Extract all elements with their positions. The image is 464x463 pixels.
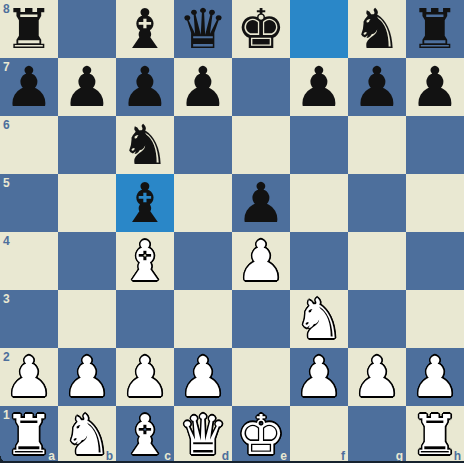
square-e4[interactable]: ♟	[232, 232, 290, 290]
square-f2[interactable]: ♟	[290, 348, 348, 406]
square-a6[interactable]: 6	[0, 116, 58, 174]
white-king[interactable]: ♚	[232, 406, 290, 463]
square-d8[interactable]: ♛	[174, 0, 232, 58]
square-d6[interactable]	[174, 116, 232, 174]
square-e3[interactable]	[232, 290, 290, 348]
square-f3[interactable]: ♞	[290, 290, 348, 348]
square-d7[interactable]: ♟	[174, 58, 232, 116]
black-pawn[interactable]: ♟	[58, 58, 116, 116]
black-rook[interactable]: ♜	[406, 0, 464, 58]
black-pawn[interactable]: ♟	[290, 58, 348, 116]
white-bishop[interactable]: ♝	[116, 406, 174, 463]
rank-label-4: 4	[3, 235, 10, 247]
square-c1[interactable]: c♝	[116, 406, 174, 463]
white-rook[interactable]: ♜	[406, 406, 464, 463]
board-corner-mask	[0, 456, 7, 463]
square-e1[interactable]: e♚	[232, 406, 290, 463]
black-bishop[interactable]: ♝	[116, 174, 174, 232]
white-pawn[interactable]: ♟	[0, 348, 58, 406]
square-g5[interactable]	[348, 174, 406, 232]
square-g1[interactable]: g	[348, 406, 406, 463]
black-pawn[interactable]: ♟	[348, 58, 406, 116]
square-h1[interactable]: h♜	[406, 406, 464, 463]
square-e7[interactable]	[232, 58, 290, 116]
white-knight[interactable]: ♞	[58, 406, 116, 463]
square-d1[interactable]: d♛	[174, 406, 232, 463]
square-b7[interactable]: ♟	[58, 58, 116, 116]
square-c7[interactable]: ♟	[116, 58, 174, 116]
square-c3[interactable]	[116, 290, 174, 348]
black-pawn[interactable]: ♟	[406, 58, 464, 116]
square-g6[interactable]	[348, 116, 406, 174]
square-d5[interactable]	[174, 174, 232, 232]
black-knight[interactable]: ♞	[348, 0, 406, 58]
black-bishop[interactable]: ♝	[116, 0, 174, 58]
square-b1[interactable]: b♞	[58, 406, 116, 463]
square-f6[interactable]	[290, 116, 348, 174]
square-e8[interactable]: ♚	[232, 0, 290, 58]
square-b8[interactable]	[58, 0, 116, 58]
black-rook[interactable]: ♜	[0, 0, 58, 58]
square-g3[interactable]	[348, 290, 406, 348]
white-pawn[interactable]: ♟	[290, 348, 348, 406]
square-d3[interactable]	[174, 290, 232, 348]
rank-label-5: 5	[3, 177, 10, 189]
white-rook[interactable]: ♜	[0, 406, 58, 463]
square-h6[interactable]	[406, 116, 464, 174]
square-h4[interactable]	[406, 232, 464, 290]
black-pawn[interactable]: ♟	[116, 58, 174, 116]
square-g7[interactable]: ♟	[348, 58, 406, 116]
black-king[interactable]: ♚	[232, 0, 290, 58]
square-d4[interactable]	[174, 232, 232, 290]
square-f8[interactable]	[290, 0, 348, 58]
black-pawn[interactable]: ♟	[0, 58, 58, 116]
square-a7[interactable]: 7♟	[0, 58, 58, 116]
rank-label-6: 6	[3, 119, 10, 131]
white-queen[interactable]: ♛	[174, 406, 232, 463]
square-c6[interactable]: ♞	[116, 116, 174, 174]
square-b3[interactable]	[58, 290, 116, 348]
square-a3[interactable]: 3	[0, 290, 58, 348]
white-pawn[interactable]: ♟	[348, 348, 406, 406]
white-pawn[interactable]: ♟	[174, 348, 232, 406]
white-pawn[interactable]: ♟	[116, 348, 174, 406]
chess-board: 8♜♝♛♚♞♜7♟♟♟♟♟♟♟6♞5♝♟4♝♟3♞2♟♟♟♟♟♟♟1a♜b♞c♝…	[0, 0, 464, 463]
square-e2[interactable]	[232, 348, 290, 406]
square-c4[interactable]: ♝	[116, 232, 174, 290]
rank-label-3: 3	[3, 293, 10, 305]
square-g4[interactable]	[348, 232, 406, 290]
white-knight[interactable]: ♞	[290, 290, 348, 348]
square-f1[interactable]: f	[290, 406, 348, 463]
square-g2[interactable]: ♟	[348, 348, 406, 406]
black-pawn[interactable]: ♟	[232, 174, 290, 232]
white-bishop[interactable]: ♝	[116, 232, 174, 290]
square-a1[interactable]: 1a♜	[0, 406, 58, 463]
square-a2[interactable]: 2♟	[0, 348, 58, 406]
square-f4[interactable]	[290, 232, 348, 290]
square-c5[interactable]: ♝	[116, 174, 174, 232]
square-b6[interactable]	[58, 116, 116, 174]
square-h7[interactable]: ♟	[406, 58, 464, 116]
square-b4[interactable]	[58, 232, 116, 290]
square-h3[interactable]	[406, 290, 464, 348]
black-knight[interactable]: ♞	[116, 116, 174, 174]
square-h8[interactable]: ♜	[406, 0, 464, 58]
black-queen[interactable]: ♛	[174, 0, 232, 58]
square-h5[interactable]	[406, 174, 464, 232]
square-e6[interactable]	[232, 116, 290, 174]
square-b2[interactable]: ♟	[58, 348, 116, 406]
white-pawn[interactable]: ♟	[232, 232, 290, 290]
square-g8[interactable]: ♞	[348, 0, 406, 58]
square-c2[interactable]: ♟	[116, 348, 174, 406]
black-pawn[interactable]: ♟	[174, 58, 232, 116]
square-a8[interactable]: 8♜	[0, 0, 58, 58]
white-pawn[interactable]: ♟	[58, 348, 116, 406]
square-a5[interactable]: 5	[0, 174, 58, 232]
square-d2[interactable]: ♟	[174, 348, 232, 406]
square-a4[interactable]: 4	[0, 232, 58, 290]
square-f7[interactable]: ♟	[290, 58, 348, 116]
square-e5[interactable]: ♟	[232, 174, 290, 232]
square-b5[interactable]	[58, 174, 116, 232]
square-c8[interactable]: ♝	[116, 0, 174, 58]
square-h2[interactable]: ♟	[406, 348, 464, 406]
white-pawn[interactable]: ♟	[406, 348, 464, 406]
square-f5[interactable]	[290, 174, 348, 232]
